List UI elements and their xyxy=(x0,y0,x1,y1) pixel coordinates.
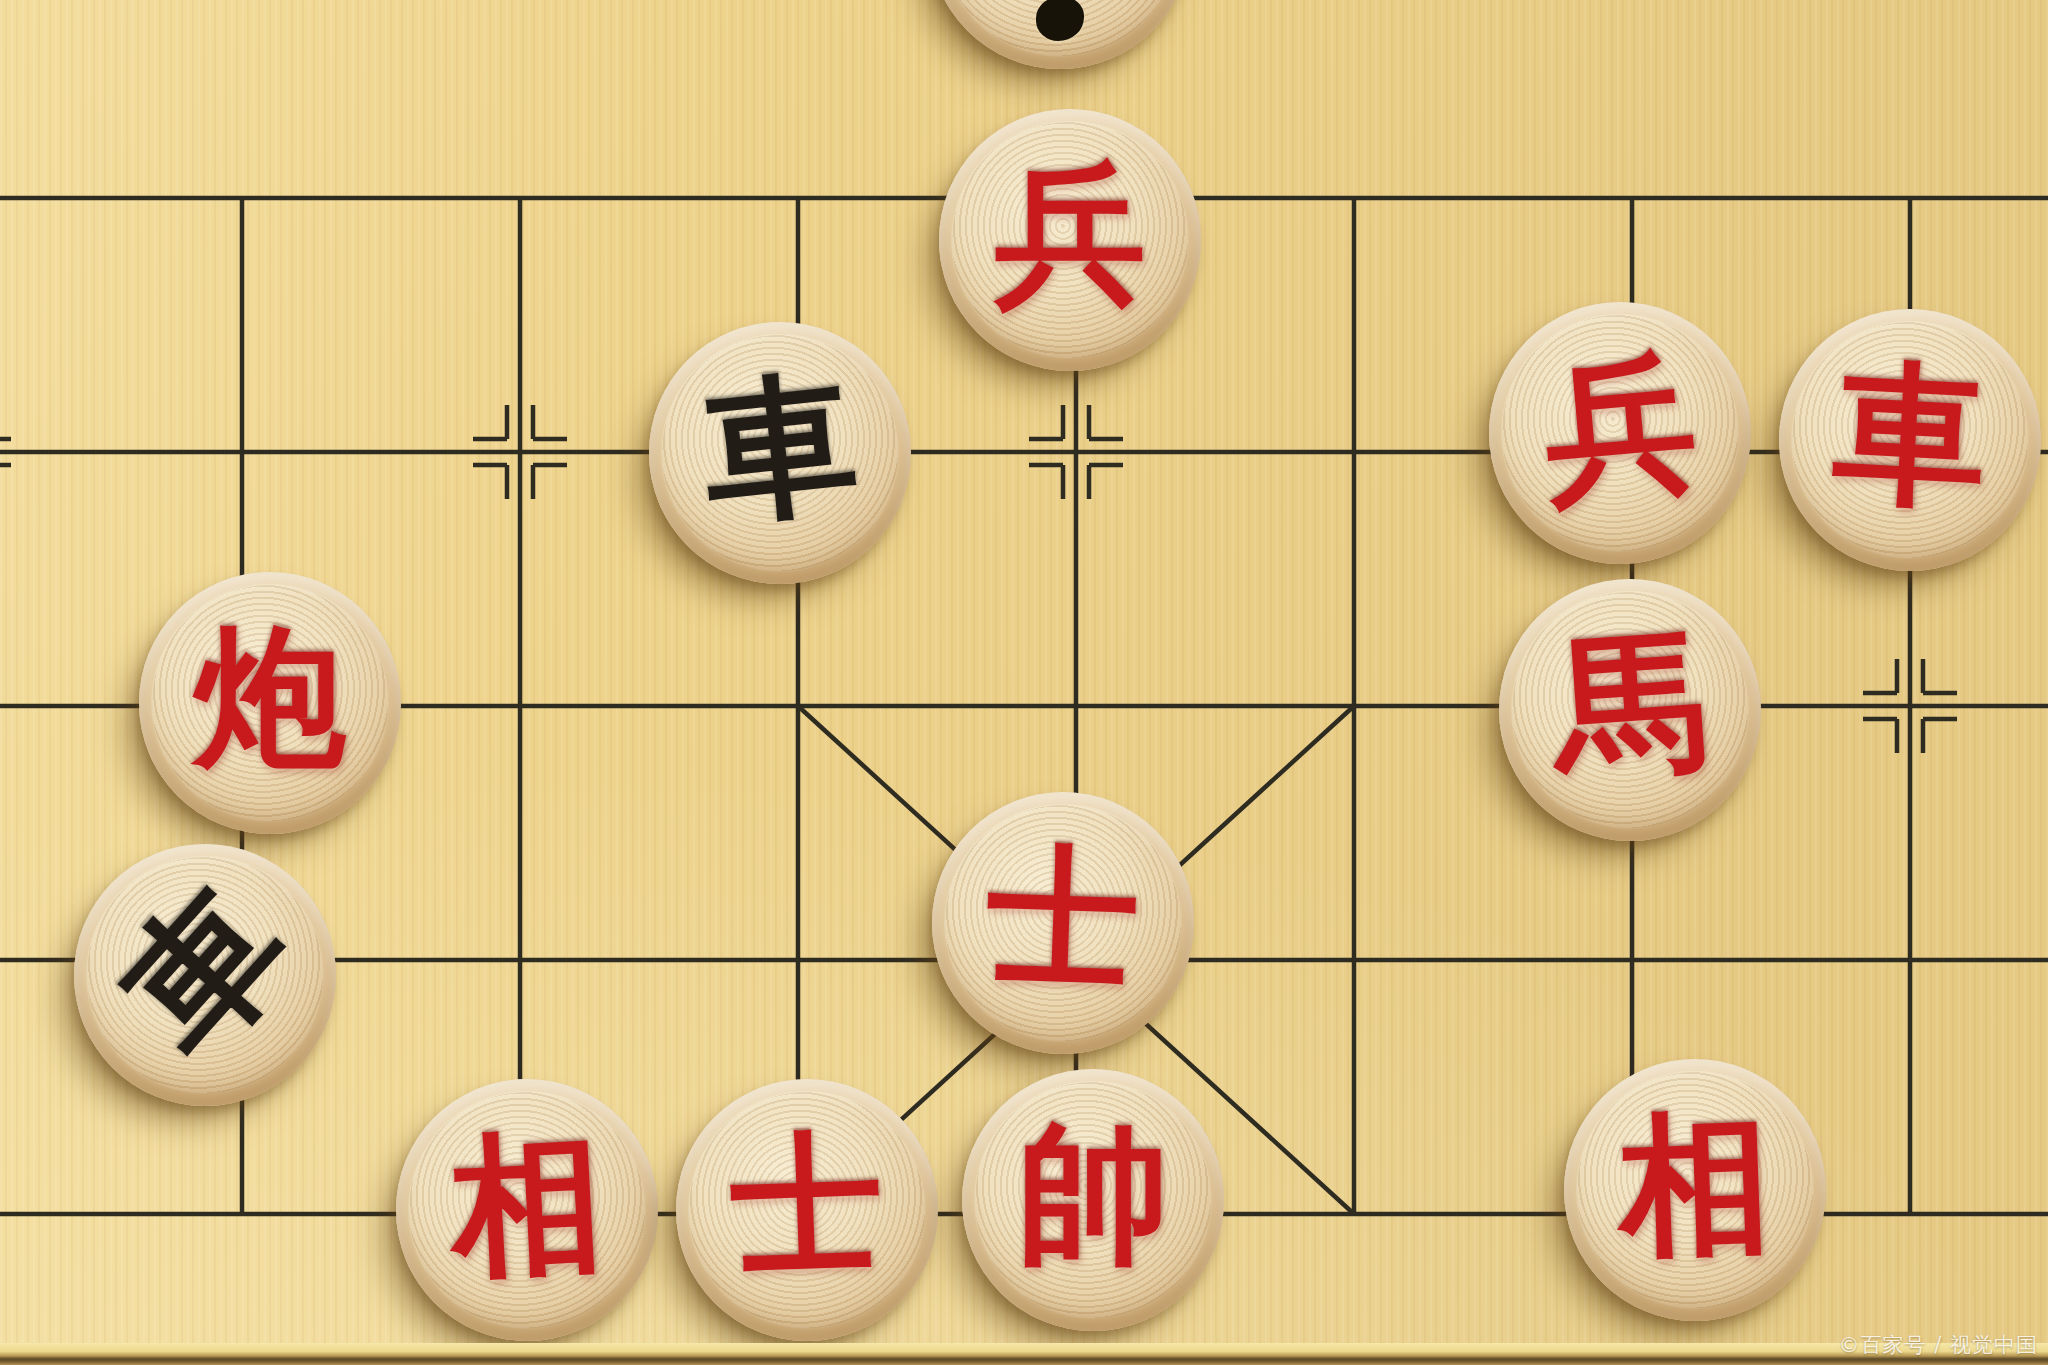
piece-black-unknown-e6[interactable] xyxy=(929,0,1191,69)
piece-character: 帥 xyxy=(1017,1119,1169,1271)
xiangqi-board-photo: 兵車兵車炮馬車士相士帥相 ©百家号 / 视觉中国 xyxy=(0,0,2048,1365)
piece-character: 士 xyxy=(728,1127,885,1284)
piece-character: 炮 xyxy=(194,622,346,774)
piece-black-chariot-b2[interactable]: 車 xyxy=(74,844,336,1106)
piece-red-elephant-g1[interactable]: 相 xyxy=(1564,1059,1826,1321)
piece-character: 士 xyxy=(984,840,1141,997)
piece-character: 相 xyxy=(447,1126,607,1286)
watermark: ©百家号 / 视觉中国 xyxy=(1839,1331,2038,1359)
piece-character: 兵 xyxy=(1538,346,1703,511)
piece-red-chariot-h4[interactable]: 車 xyxy=(1779,309,2041,571)
piece-red-soldier-g4[interactable]: 兵 xyxy=(1489,302,1751,564)
piece-black-chariot-d4[interactable]: 車 xyxy=(649,322,911,584)
piece-red-elephant-c1[interactable]: 相 xyxy=(396,1079,658,1341)
piece-character: 兵 xyxy=(994,159,1146,311)
piece-red-advisor-e2[interactable]: 士 xyxy=(932,792,1194,1054)
piece-red-soldier-e5[interactable]: 兵 xyxy=(939,109,1201,371)
piece-character: 車 xyxy=(696,365,863,532)
board-bottom-edge xyxy=(0,1343,2048,1365)
piece-character: 車 xyxy=(98,863,313,1078)
piece-character: 馬 xyxy=(1549,624,1711,786)
piece-red-general-e1[interactable]: 帥 xyxy=(962,1069,1224,1331)
piece-character: 車 xyxy=(1830,356,1990,516)
piece-character: 相 xyxy=(1616,1107,1773,1264)
piece-red-horse-g3[interactable]: 馬 xyxy=(1499,579,1761,841)
piece-character-fragment xyxy=(1036,0,1084,41)
piece-red-cannon-b3[interactable]: 炮 xyxy=(139,572,401,834)
piece-red-advisor-d1[interactable]: 士 xyxy=(676,1079,938,1341)
pieces-layer: 兵車兵車炮馬車士相士帥相 xyxy=(0,0,2048,1365)
